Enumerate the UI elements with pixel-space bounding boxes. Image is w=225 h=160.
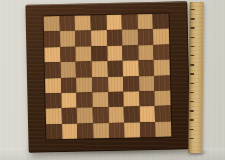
square-a6 — [44, 47, 60, 63]
square-d3 — [92, 92, 108, 108]
photo-scene — [0, 0, 225, 160]
square-e6 — [107, 45, 123, 61]
square-d8 — [90, 15, 106, 31]
square-g8 — [137, 14, 153, 30]
square-c3 — [77, 92, 93, 108]
square-g3 — [139, 91, 155, 107]
board-grid — [44, 14, 172, 140]
square-h5 — [154, 60, 170, 76]
square-d5 — [92, 61, 108, 77]
square-d7 — [91, 30, 107, 46]
square-a5 — [45, 62, 61, 78]
square-a3 — [45, 93, 61, 109]
square-h3 — [155, 90, 171, 106]
square-g5 — [138, 60, 154, 76]
square-f5 — [123, 60, 139, 76]
square-h8 — [153, 14, 169, 30]
square-f2 — [124, 107, 140, 123]
square-f4 — [123, 76, 139, 92]
square-c8 — [75, 15, 91, 31]
square-d6 — [91, 46, 107, 62]
square-a2 — [46, 108, 62, 124]
square-e8 — [106, 15, 122, 31]
square-h1 — [155, 121, 171, 137]
square-e2 — [108, 107, 124, 123]
square-b7 — [60, 31, 76, 47]
square-g6 — [138, 45, 154, 61]
square-b3 — [61, 93, 77, 109]
square-e7 — [106, 30, 122, 46]
chess-board — [25, 1, 190, 153]
square-h4 — [154, 75, 170, 91]
square-g7 — [138, 29, 154, 45]
square-h7 — [153, 29, 169, 45]
square-b1 — [62, 123, 78, 139]
square-a8 — [44, 16, 60, 32]
square-e4 — [107, 76, 123, 92]
square-a1 — [46, 124, 62, 140]
square-a7 — [44, 31, 60, 47]
square-b8 — [59, 16, 75, 32]
square-d1 — [93, 123, 109, 139]
square-e3 — [108, 92, 124, 108]
square-d2 — [93, 107, 109, 123]
square-c5 — [76, 61, 92, 77]
square-e1 — [109, 122, 125, 138]
square-h6 — [154, 44, 170, 60]
square-f6 — [122, 45, 138, 61]
square-c6 — [76, 46, 92, 62]
square-b6 — [60, 46, 76, 62]
square-f1 — [124, 122, 140, 138]
square-f3 — [123, 91, 139, 107]
ruler-ticks — [189, 9, 194, 147]
square-d4 — [92, 77, 108, 93]
square-e5 — [107, 61, 123, 77]
square-f7 — [122, 30, 138, 46]
square-f8 — [122, 14, 138, 30]
square-g4 — [139, 75, 155, 91]
yardstick-ruler — [188, 2, 204, 153]
square-b2 — [61, 108, 77, 124]
square-a4 — [45, 78, 61, 94]
square-g2 — [139, 106, 155, 122]
square-h2 — [155, 106, 171, 122]
square-c4 — [76, 77, 92, 93]
square-c1 — [77, 123, 93, 139]
square-c7 — [75, 31, 91, 47]
square-c2 — [77, 108, 93, 124]
square-b5 — [60, 62, 76, 78]
square-b4 — [61, 77, 77, 93]
square-g1 — [140, 122, 156, 138]
